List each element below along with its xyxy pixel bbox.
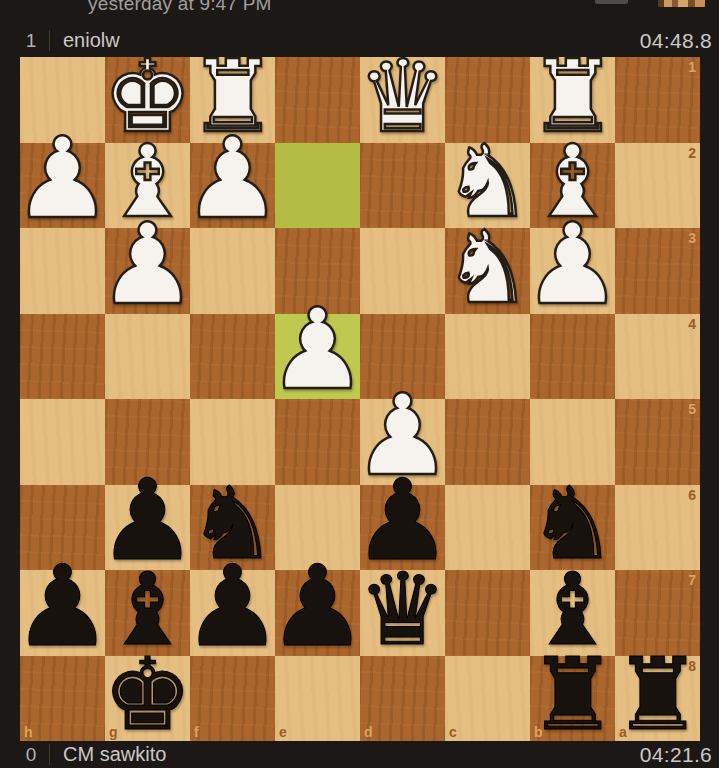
score-divider xyxy=(49,30,50,51)
player-clock-bottom: 04:21.6 xyxy=(640,743,712,767)
square-b5[interactable] xyxy=(530,399,615,485)
square-d2[interactable] xyxy=(360,143,445,229)
square-e6[interactable] xyxy=(275,485,360,571)
square-h1[interactable] xyxy=(20,57,105,143)
square-g1[interactable]: ♚ xyxy=(105,57,190,143)
square-g3[interactable]: ♟ xyxy=(105,228,190,314)
square-h8[interactable]: h xyxy=(20,656,105,742)
white-queen: ♛ xyxy=(358,47,448,147)
square-g6[interactable]: ♟ xyxy=(105,485,190,571)
square-d7[interactable]: ♛ xyxy=(360,570,445,656)
coord-file-f: f xyxy=(194,725,199,739)
score-divider xyxy=(49,744,50,765)
white-rook: ♜ xyxy=(188,47,278,147)
player-bar-bottom: 0 CM sawkito 04:21.6 xyxy=(0,741,719,768)
square-c7[interactable] xyxy=(445,570,530,656)
square-a6[interactable]: 6 xyxy=(615,485,700,571)
player-score-bottom: 0 xyxy=(24,744,38,766)
player-score-top: 1 xyxy=(24,30,38,52)
coord-rank-6: 6 xyxy=(688,488,696,502)
white-rook: ♜ xyxy=(528,47,618,147)
square-a2[interactable]: 2 xyxy=(615,143,700,229)
coord-rank-5: 5 xyxy=(688,402,696,416)
square-f5[interactable] xyxy=(190,399,275,485)
square-e1[interactable] xyxy=(275,57,360,143)
square-b4[interactable] xyxy=(530,314,615,400)
black-bishop: ♝ xyxy=(528,560,618,660)
square-b7[interactable]: ♝ xyxy=(530,570,615,656)
square-e3[interactable] xyxy=(275,228,360,314)
square-d6[interactable]: ♟ xyxy=(360,485,445,571)
white-king: ♚ xyxy=(103,47,193,147)
square-a3[interactable]: 3 xyxy=(615,228,700,314)
white-knight: ♞ xyxy=(443,132,533,232)
square-a4[interactable]: 4 xyxy=(615,314,700,400)
square-d3[interactable] xyxy=(360,228,445,314)
coord-rank-2: 2 xyxy=(688,146,696,160)
square-c2[interactable]: ♞ xyxy=(445,143,530,229)
square-g7[interactable]: ♝ xyxy=(105,570,190,656)
player-name-bottom[interactable]: CM sawkito xyxy=(63,743,166,766)
square-d1[interactable]: ♛ xyxy=(360,57,445,143)
coord-file-b: b xyxy=(534,725,543,739)
square-e2[interactable] xyxy=(275,143,360,229)
coord-file-a: a xyxy=(619,725,627,739)
white-bishop: ♝ xyxy=(103,132,193,232)
square-b6[interactable]: ♞ xyxy=(530,485,615,571)
coord-rank-1: 1 xyxy=(688,60,696,74)
white-bishop: ♝ xyxy=(528,132,618,232)
player-bar-top: 1 eniolw 04:48.8 xyxy=(0,24,719,57)
square-f7[interactable]: ♟ xyxy=(190,570,275,656)
square-d5[interactable]: ♟ xyxy=(360,399,445,485)
black-bishop: ♝ xyxy=(103,560,193,660)
message-timestamp: yesterday at 9:47 PM xyxy=(88,0,272,15)
square-h5[interactable] xyxy=(20,399,105,485)
player-clock-top: 04:48.8 xyxy=(640,29,712,53)
square-a7[interactable]: 7 xyxy=(615,570,700,656)
square-c1[interactable] xyxy=(445,57,530,143)
square-a8[interactable]: ♜8a xyxy=(615,656,700,742)
square-g8[interactable]: ♚g xyxy=(105,656,190,742)
square-h7[interactable]: ♟ xyxy=(20,570,105,656)
square-c3[interactable]: ♞ xyxy=(445,228,530,314)
square-b2[interactable]: ♝ xyxy=(530,143,615,229)
square-d8[interactable]: d xyxy=(360,656,445,742)
black-knight: ♞ xyxy=(188,474,278,574)
player-name-top[interactable]: eniolw xyxy=(63,29,120,52)
white-knight: ♞ xyxy=(443,218,533,318)
square-b1[interactable]: ♜ xyxy=(530,57,615,143)
square-h4[interactable] xyxy=(20,314,105,400)
square-a1[interactable]: 1 xyxy=(615,57,700,143)
black-queen: ♛ xyxy=(358,560,448,660)
square-g5[interactable] xyxy=(105,399,190,485)
square-f2[interactable]: ♟ xyxy=(190,143,275,229)
square-f1[interactable]: ♜ xyxy=(190,57,275,143)
square-c6[interactable] xyxy=(445,485,530,571)
clipped-ui-dash xyxy=(595,0,628,4)
square-f4[interactable] xyxy=(190,314,275,400)
square-e8[interactable]: e xyxy=(275,656,360,742)
square-f3[interactable] xyxy=(190,228,275,314)
square-e4[interactable]: ♟ xyxy=(275,314,360,400)
square-c8[interactable]: c xyxy=(445,656,530,742)
coord-file-c: c xyxy=(449,725,457,739)
square-h3[interactable] xyxy=(20,228,105,314)
square-d4[interactable] xyxy=(360,314,445,400)
square-h6[interactable] xyxy=(20,485,105,571)
square-f8[interactable]: f xyxy=(190,656,275,742)
square-a5[interactable]: 5 xyxy=(615,399,700,485)
square-b3[interactable]: ♟ xyxy=(530,228,615,314)
coord-file-e: e xyxy=(279,725,287,739)
square-b8[interactable]: ♜b xyxy=(530,656,615,742)
square-c5[interactable] xyxy=(445,399,530,485)
square-g4[interactable] xyxy=(105,314,190,400)
square-e5[interactable] xyxy=(275,399,360,485)
coord-file-g: g xyxy=(109,725,118,739)
coord-rank-7: 7 xyxy=(688,573,696,587)
board-thumbnail-clipped[interactable] xyxy=(658,0,705,7)
coord-file-h: h xyxy=(24,725,33,739)
square-g2[interactable]: ♝ xyxy=(105,143,190,229)
black-knight: ♞ xyxy=(528,474,618,574)
coord-rank-4: 4 xyxy=(688,317,696,331)
chess-board[interactable]: ♚♜♛♜1♟♝♟♞♝2♟♞♟3♟4♟5♟♞♟♞6♟♝♟♟♛♝7h♚gfedc♜b… xyxy=(20,57,700,741)
square-f6[interactable]: ♞ xyxy=(190,485,275,571)
coord-file-d: d xyxy=(364,725,373,739)
square-e7[interactable]: ♟ xyxy=(275,570,360,656)
square-c4[interactable] xyxy=(445,314,530,400)
coord-rank-8: 8 xyxy=(688,659,696,673)
square-h2[interactable]: ♟ xyxy=(20,143,105,229)
coord-rank-3: 3 xyxy=(688,231,696,245)
